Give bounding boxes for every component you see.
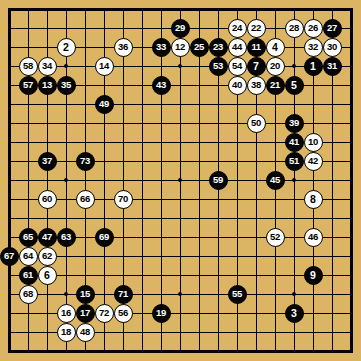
black-stone-35: 35 [57, 76, 76, 95]
white-stone-22: 22 [247, 19, 266, 38]
black-stone-3: 3 [285, 304, 304, 323]
board-point: 52 [266, 228, 285, 247]
board-point: 19 [152, 304, 171, 323]
white-stone-8: 8 [304, 190, 323, 209]
board-point: 73 [76, 152, 95, 171]
board-point: 67 [0, 247, 19, 266]
black-stone-47: 47 [38, 228, 57, 247]
board-point: 46 [304, 228, 323, 247]
board-point: 70 [114, 190, 133, 209]
black-stone-1: 1 [304, 57, 323, 76]
white-stone-26: 26 [304, 19, 323, 38]
board-point: 6 [38, 266, 57, 285]
white-stone-2: 2 [57, 38, 76, 57]
board-point: 56 [114, 304, 133, 323]
board-point: 3 [285, 304, 304, 323]
white-stone-14: 14 [95, 57, 114, 76]
board-point: 50 [247, 114, 266, 133]
black-stone-25: 25 [190, 38, 209, 57]
board-point: 39 [285, 114, 304, 133]
black-stone-21: 21 [266, 76, 285, 95]
board-point: 11 [247, 38, 266, 57]
white-stone-10: 10 [304, 133, 323, 152]
white-stone-16: 16 [57, 304, 76, 323]
black-stone-39: 39 [285, 114, 304, 133]
board-point: 35 [57, 76, 76, 95]
board-point: 4 [266, 38, 285, 57]
board-point: 36 [114, 38, 133, 57]
white-stone-38: 38 [247, 76, 266, 95]
white-stone-36: 36 [114, 38, 133, 57]
white-stone-40: 40 [228, 76, 247, 95]
white-stone-64: 64 [19, 247, 38, 266]
board-point: 51 [285, 152, 304, 171]
board-point: 31 [323, 57, 342, 76]
board-point: 40 [228, 76, 247, 95]
board-point: 68 [19, 285, 38, 304]
board-point: 58 [19, 57, 38, 76]
board-point: 8 [304, 190, 323, 209]
white-stone-48: 48 [76, 323, 95, 342]
board-point: 49 [95, 95, 114, 114]
black-stone-53: 53 [209, 57, 228, 76]
board-point: 27 [323, 19, 342, 38]
board-point: 47 [38, 228, 57, 247]
board-point: 28 [285, 19, 304, 38]
white-stone-4: 4 [266, 38, 285, 57]
white-stone-12: 12 [171, 38, 190, 57]
board-point: 29 [171, 19, 190, 38]
go-board[interactable]: 1234567891011121314151617181920212223242… [0, 0, 361, 361]
board-point: 64 [19, 247, 38, 266]
board-point: 66 [76, 190, 95, 209]
board-point: 59 [209, 171, 228, 190]
board-point: 22 [247, 19, 266, 38]
black-stone-45: 45 [266, 171, 285, 190]
board-point: 5 [285, 76, 304, 95]
black-stone-63: 63 [57, 228, 76, 247]
black-stone-11: 11 [247, 38, 266, 57]
white-stone-42: 42 [304, 152, 323, 171]
board-point: 16 [57, 304, 76, 323]
black-stone-57: 57 [19, 76, 38, 95]
white-stone-24: 24 [228, 19, 247, 38]
board-point: 32 [304, 38, 323, 57]
black-stone-23: 23 [209, 38, 228, 57]
board-point: 33 [152, 38, 171, 57]
board-point: 43 [152, 76, 171, 95]
board-point: 38 [247, 76, 266, 95]
board-point: 41 [285, 133, 304, 152]
white-stone-30: 30 [323, 38, 342, 57]
black-stone-55: 55 [228, 285, 247, 304]
board-point: 25 [190, 38, 209, 57]
board-point: 7 [247, 57, 266, 76]
board-point: 63 [57, 228, 76, 247]
white-stone-18: 18 [57, 323, 76, 342]
black-stone-51: 51 [285, 152, 304, 171]
board-point: 9 [304, 266, 323, 285]
white-stone-46: 46 [304, 228, 323, 247]
black-stone-37: 37 [38, 152, 57, 171]
black-stone-67: 67 [0, 247, 19, 266]
black-stone-27: 27 [323, 19, 342, 38]
white-stone-32: 32 [304, 38, 323, 57]
board-point: 53 [209, 57, 228, 76]
board-point: 57 [19, 76, 38, 95]
board-grid: 1234567891011121314151617181920212223242… [0, 0, 361, 361]
board-point: 48 [76, 323, 95, 342]
white-stone-52: 52 [266, 228, 285, 247]
black-stone-65: 65 [19, 228, 38, 247]
black-stone-59: 59 [209, 171, 228, 190]
black-stone-71: 71 [114, 285, 133, 304]
board-point: 72 [95, 304, 114, 323]
white-stone-72: 72 [95, 304, 114, 323]
black-stone-9: 9 [304, 266, 323, 285]
black-stone-29: 29 [171, 19, 190, 38]
black-stone-7: 7 [247, 57, 266, 76]
board-point: 45 [266, 171, 285, 190]
black-stone-69: 69 [95, 228, 114, 247]
black-stone-15: 15 [76, 285, 95, 304]
board-point: 10 [304, 133, 323, 152]
board-point: 30 [323, 38, 342, 57]
white-stone-34: 34 [38, 57, 57, 76]
black-stone-41: 41 [285, 133, 304, 152]
black-stone-19: 19 [152, 304, 171, 323]
white-stone-62: 62 [38, 247, 57, 266]
white-stone-70: 70 [114, 190, 133, 209]
board-point: 61 [19, 266, 38, 285]
white-stone-58: 58 [19, 57, 38, 76]
board-point: 71 [114, 285, 133, 304]
board-point: 18 [57, 323, 76, 342]
black-stone-17: 17 [76, 304, 95, 323]
white-stone-66: 66 [76, 190, 95, 209]
board-point: 23 [209, 38, 228, 57]
board-point: 21 [266, 76, 285, 95]
board-point: 42 [304, 152, 323, 171]
black-stone-61: 61 [19, 266, 38, 285]
black-stone-13: 13 [38, 76, 57, 95]
white-stone-54: 54 [228, 57, 247, 76]
board-point: 17 [76, 304, 95, 323]
black-stone-43: 43 [152, 76, 171, 95]
board-point: 37 [38, 152, 57, 171]
board-point: 12 [171, 38, 190, 57]
white-stone-20: 20 [266, 57, 285, 76]
board-point: 65 [19, 228, 38, 247]
board-point: 55 [228, 285, 247, 304]
board-point: 24 [228, 19, 247, 38]
black-stone-49: 49 [95, 95, 114, 114]
board-point: 1 [304, 57, 323, 76]
black-stone-73: 73 [76, 152, 95, 171]
board-point: 62 [38, 247, 57, 266]
white-stone-68: 68 [19, 285, 38, 304]
white-stone-6: 6 [38, 266, 57, 285]
board-point: 15 [76, 285, 95, 304]
black-stone-31: 31 [323, 57, 342, 76]
board-point: 20 [266, 57, 285, 76]
board-point: 60 [38, 190, 57, 209]
board-point: 54 [228, 57, 247, 76]
board-point: 69 [95, 228, 114, 247]
white-stone-44: 44 [228, 38, 247, 57]
board-point: 13 [38, 76, 57, 95]
board-point: 14 [95, 57, 114, 76]
board-point: 44 [228, 38, 247, 57]
white-stone-60: 60 [38, 190, 57, 209]
black-stone-5: 5 [285, 76, 304, 95]
white-stone-28: 28 [285, 19, 304, 38]
board-point: 26 [304, 19, 323, 38]
white-stone-50: 50 [247, 114, 266, 133]
board-point: 34 [38, 57, 57, 76]
white-stone-56: 56 [114, 304, 133, 323]
board-point: 2 [57, 38, 76, 57]
black-stone-33: 33 [152, 38, 171, 57]
